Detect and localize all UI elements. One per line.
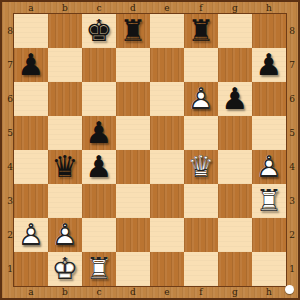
square-h1[interactable] — [252, 252, 286, 286]
square-a5[interactable] — [14, 116, 48, 150]
square-h8[interactable] — [252, 14, 286, 48]
rank-label-3: 3 — [286, 184, 298, 218]
white-pawn[interactable]: ♟♙ — [18, 220, 45, 250]
rank-label-2: 2 — [286, 218, 298, 252]
file-label-h: h — [252, 2, 286, 14]
square-f7[interactable] — [184, 48, 218, 82]
file-label-b: b — [48, 2, 82, 14]
square-c6[interactable] — [82, 82, 116, 116]
square-c7[interactable] — [82, 48, 116, 82]
square-c4[interactable]: ♟ — [82, 150, 116, 184]
file-label-e: e — [150, 2, 184, 14]
square-d4[interactable] — [116, 150, 150, 184]
square-d7[interactable] — [116, 48, 150, 82]
file-label-h: h — [252, 286, 286, 298]
square-a3[interactable] — [14, 184, 48, 218]
square-g1[interactable] — [218, 252, 252, 286]
square-g4[interactable] — [218, 150, 252, 184]
square-a6[interactable] — [14, 82, 48, 116]
black-king[interactable]: ♚ — [86, 16, 113, 46]
square-f1[interactable] — [184, 252, 218, 286]
square-d6[interactable] — [116, 82, 150, 116]
square-f5[interactable] — [184, 116, 218, 150]
file-label-b: b — [48, 286, 82, 298]
square-f4[interactable]: ♛♕ — [184, 150, 218, 184]
square-b5[interactable] — [48, 116, 82, 150]
square-d5[interactable] — [116, 116, 150, 150]
rank-label-7: 7 — [286, 48, 298, 82]
file-label-e: e — [150, 286, 184, 298]
square-h5[interactable] — [252, 116, 286, 150]
square-h6[interactable] — [252, 82, 286, 116]
rank-label-3: 3 — [2, 184, 14, 218]
chess-board: ♚♜♜♟♟♟♙♟♟♛♟♛♕♟♙♜♖♟♙♟♙♚♔♜♖ — [14, 14, 286, 286]
rank-label-1: 1 — [286, 252, 298, 286]
black-queen[interactable]: ♛ — [52, 152, 79, 182]
file-label-f: f — [184, 286, 218, 298]
square-h7[interactable]: ♟ — [252, 48, 286, 82]
square-h4[interactable]: ♟♙ — [252, 150, 286, 184]
white-pawn[interactable]: ♟♙ — [52, 220, 79, 250]
square-a1[interactable] — [14, 252, 48, 286]
rank-label-2: 2 — [2, 218, 14, 252]
square-g8[interactable] — [218, 14, 252, 48]
square-b6[interactable] — [48, 82, 82, 116]
square-c5[interactable]: ♟ — [82, 116, 116, 150]
file-label-c: c — [82, 286, 116, 298]
square-e7[interactable] — [150, 48, 184, 82]
rank-labels-left: 87654321 — [2, 14, 14, 286]
black-rook[interactable]: ♜ — [120, 16, 147, 46]
square-a7[interactable]: ♟ — [14, 48, 48, 82]
square-a4[interactable] — [14, 150, 48, 184]
square-d2[interactable] — [116, 218, 150, 252]
white-rook[interactable]: ♜♖ — [86, 254, 113, 284]
square-d8[interactable]: ♜ — [116, 14, 150, 48]
square-c2[interactable] — [82, 218, 116, 252]
square-h2[interactable] — [252, 218, 286, 252]
square-c3[interactable] — [82, 184, 116, 218]
white-to-move-indicator — [285, 285, 294, 294]
file-label-g: g — [218, 2, 252, 14]
square-b7[interactable] — [48, 48, 82, 82]
rank-label-7: 7 — [2, 48, 14, 82]
square-f6[interactable]: ♟♙ — [184, 82, 218, 116]
square-c8[interactable]: ♚ — [82, 14, 116, 48]
black-pawn[interactable]: ♟ — [222, 84, 249, 114]
rank-label-5: 5 — [286, 116, 298, 150]
rank-label-6: 6 — [2, 82, 14, 116]
square-d1[interactable] — [116, 252, 150, 286]
square-g2[interactable] — [218, 218, 252, 252]
square-g3[interactable] — [218, 184, 252, 218]
file-label-a: a — [14, 2, 48, 14]
square-b8[interactable] — [48, 14, 82, 48]
rank-label-4: 4 — [2, 150, 14, 184]
file-labels-bottom: abcdefgh — [14, 286, 286, 298]
square-b1[interactable]: ♚♔ — [48, 252, 82, 286]
rank-label-8: 8 — [2, 14, 14, 48]
white-rook[interactable]: ♜♖ — [256, 186, 283, 216]
black-rook[interactable]: ♜ — [188, 16, 215, 46]
square-e6[interactable] — [150, 82, 184, 116]
square-e2[interactable] — [150, 218, 184, 252]
white-pawn[interactable]: ♟♙ — [188, 84, 215, 114]
square-f8[interactable]: ♜ — [184, 14, 218, 48]
square-e4[interactable] — [150, 150, 184, 184]
black-pawn[interactable]: ♟ — [18, 50, 45, 80]
rank-label-1: 1 — [2, 252, 14, 286]
square-g5[interactable] — [218, 116, 252, 150]
square-e8[interactable] — [150, 14, 184, 48]
rank-labels-right: 87654321 — [286, 14, 298, 286]
square-a8[interactable] — [14, 14, 48, 48]
square-h3[interactable]: ♜♖ — [252, 184, 286, 218]
black-pawn[interactable]: ♟ — [86, 118, 113, 148]
file-labels-top: abcdefgh — [14, 2, 286, 14]
file-label-d: d — [116, 286, 150, 298]
board-frame: abcdefgh 87654321 ♚♜♜♟♟♟♙♟♟♛♟♛♕♟♙♜♖♟♙♟♙♚… — [0, 0, 300, 300]
square-a2[interactable]: ♟♙ — [14, 218, 48, 252]
square-g6[interactable]: ♟ — [218, 82, 252, 116]
white-king[interactable]: ♚♔ — [52, 254, 79, 284]
square-b4[interactable]: ♛ — [48, 150, 82, 184]
white-queen[interactable]: ♛♕ — [188, 152, 215, 182]
square-f3[interactable] — [184, 184, 218, 218]
rank-label-8: 8 — [286, 14, 298, 48]
white-pawn[interactable]: ♟♙ — [256, 152, 283, 182]
black-pawn[interactable]: ♟ — [86, 152, 113, 182]
rank-label-4: 4 — [286, 150, 298, 184]
rank-label-6: 6 — [286, 82, 298, 116]
square-b3[interactable] — [48, 184, 82, 218]
square-f2[interactable] — [184, 218, 218, 252]
black-pawn[interactable]: ♟ — [256, 50, 283, 80]
square-e5[interactable] — [150, 116, 184, 150]
square-b2[interactable]: ♟♙ — [48, 218, 82, 252]
rank-label-5: 5 — [2, 116, 14, 150]
square-d3[interactable] — [116, 184, 150, 218]
square-e1[interactable] — [150, 252, 184, 286]
square-e3[interactable] — [150, 184, 184, 218]
square-c1[interactable]: ♜♖ — [82, 252, 116, 286]
file-label-g: g — [218, 286, 252, 298]
square-g7[interactable] — [218, 48, 252, 82]
file-label-a: a — [14, 286, 48, 298]
